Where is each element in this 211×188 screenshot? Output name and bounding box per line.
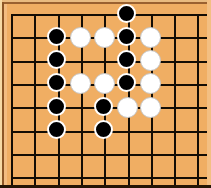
- black-stone: ●: [94, 97, 113, 116]
- board-right-edge-highlight: [207, 0, 211, 185]
- black-stone: ●: [117, 73, 136, 92]
- white-stone: ○: [117, 97, 138, 118]
- white-stone: ○: [140, 97, 161, 118]
- board-frame-top-line: [0, 2, 211, 4]
- white-stone: ○: [140, 27, 161, 48]
- white-stone: ○: [140, 73, 161, 94]
- grid-line-horizontal: [11, 14, 207, 16]
- grid-line-horizontal: [11, 177, 207, 179]
- black-stone: ●: [47, 50, 66, 69]
- go-board: ●●○○●○●●○●○○●○●●○○●●: [0, 0, 211, 188]
- black-stone: ●: [117, 50, 136, 69]
- board-frame-left-highlight: [4, 4, 7, 188]
- image-bottom-edge-shadow: [0, 185, 211, 188]
- white-stone: ○: [94, 73, 115, 94]
- grid-line-horizontal: [11, 61, 207, 63]
- white-stone: ○: [70, 73, 91, 94]
- grid-line-vertical: [174, 14, 176, 185]
- white-stone: ○: [140, 50, 161, 71]
- grid-line-vertical: [34, 14, 36, 185]
- black-stone: ●: [94, 120, 113, 139]
- black-stone: ●: [47, 27, 66, 46]
- black-stone: ●: [47, 120, 66, 139]
- black-stone: ●: [117, 27, 136, 46]
- grid-line-vertical: [11, 14, 13, 185]
- black-stone: ●: [47, 73, 66, 92]
- white-stone: ○: [70, 27, 91, 48]
- black-stone: ●: [47, 97, 66, 116]
- white-stone: ○: [94, 27, 115, 48]
- grid-line-vertical: [197, 14, 199, 185]
- black-stone: ●: [117, 4, 136, 23]
- grid-line-horizontal: [11, 154, 207, 156]
